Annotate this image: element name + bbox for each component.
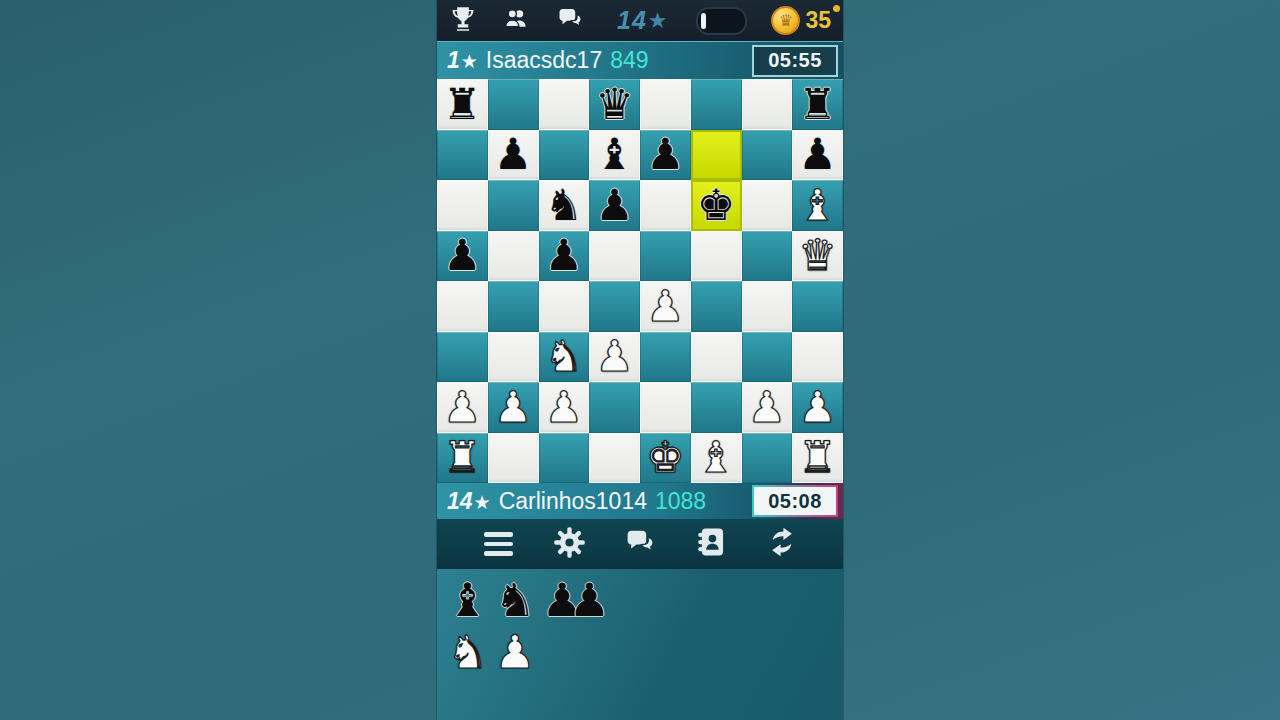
star-icon: ★ — [461, 50, 478, 72]
square-c3[interactable]: ♞ — [539, 332, 590, 383]
square-b8[interactable] — [488, 79, 539, 130]
captured-black-bishop: ♝ — [447, 577, 488, 623]
piece-white-king: ♚ — [646, 436, 685, 479]
piece-white-pawn: ♟ — [798, 386, 837, 429]
square-h5[interactable]: ♛ — [792, 231, 843, 282]
square-e4[interactable]: ♟ — [640, 281, 691, 332]
square-c6[interactable]: ♞ — [539, 180, 590, 231]
page-background: 14★ ♛ 35 1★ Isaacsdc17 849 05:55 ♜♛♜♟♝♟♟… — [0, 0, 1280, 720]
square-f2[interactable] — [691, 382, 742, 433]
piece-white-bishop: ♝ — [697, 436, 736, 479]
piece-white-pawn: ♟ — [595, 335, 634, 378]
square-h1[interactable]: ♜ — [792, 433, 843, 484]
square-f6[interactable]: ♚ — [691, 180, 742, 231]
piece-black-pawn: ♟ — [595, 184, 634, 227]
chat-bubbles-icon — [622, 526, 658, 563]
square-f1[interactable]: ♝ — [691, 433, 742, 484]
square-f8[interactable] — [691, 79, 742, 130]
square-a6[interactable] — [437, 180, 488, 231]
piece-black-pawn: ♟ — [443, 234, 482, 277]
square-b2[interactable]: ♟ — [488, 382, 539, 433]
piece-white-pawn: ♟ — [545, 386, 584, 429]
captured-pieces-panel: ♝♞♟♟ ♞♟ — [437, 569, 843, 720]
gear-icon — [552, 525, 587, 564]
square-e7[interactable]: ♟ — [640, 130, 691, 181]
level-badge: 14★ — [617, 6, 668, 35]
square-a3[interactable] — [437, 332, 488, 383]
chess-board: ♜♛♜♟♝♟♟♞♟♚♝♟♟♛♟♞♟♟♟♟♟♟♜♚♝♜ — [437, 79, 843, 483]
players-button[interactable] — [501, 5, 531, 37]
captured-white-pawn: ♟ — [494, 629, 535, 675]
piece-white-rook: ♜ — [443, 436, 482, 479]
game-toolbar — [437, 519, 843, 569]
square-a4[interactable] — [437, 281, 488, 332]
captured-black-knight: ♞ — [494, 577, 535, 623]
player-clock: 05:08 — [752, 485, 838, 517]
captured-black-pawn: ♟ — [569, 577, 610, 623]
square-b7[interactable]: ♟ — [488, 130, 539, 181]
square-d6[interactable]: ♟ — [589, 180, 640, 231]
square-b3[interactable] — [488, 332, 539, 383]
piece-white-knight: ♞ — [545, 335, 584, 378]
square-d2[interactable] — [589, 382, 640, 433]
contacts-icon — [694, 525, 728, 563]
piece-black-knight: ♞ — [545, 184, 584, 227]
piece-white-queen: ♛ — [798, 234, 837, 277]
level-progress-fill — [701, 13, 706, 29]
piece-white-pawn: ♟ — [748, 386, 787, 429]
piece-white-rook: ♜ — [798, 436, 837, 479]
square-c5[interactable]: ♟ — [539, 231, 590, 282]
square-d1[interactable] — [589, 433, 640, 484]
player-bar: 14★ Carlinhos1014 1088 05:08 — [437, 483, 843, 519]
notification-dot — [833, 5, 840, 12]
square-h2[interactable]: ♟ — [792, 382, 843, 433]
level-progress-bar — [696, 7, 748, 35]
square-a8[interactable]: ♜ — [437, 79, 488, 130]
flip-board-icon — [765, 525, 799, 563]
opponent-stars: 1★ — [447, 47, 478, 74]
square-c8[interactable] — [539, 79, 590, 130]
square-a5[interactable]: ♟ — [437, 231, 488, 282]
piece-black-queen: ♛ — [595, 83, 634, 126]
square-e3[interactable] — [640, 332, 691, 383]
piece-black-pawn: ♟ — [494, 133, 533, 176]
piece-white-pawn: ♟ — [494, 386, 533, 429]
square-g7[interactable] — [742, 130, 793, 181]
player-name: Carlinhos1014 — [499, 488, 647, 515]
opponent-rating: 849 — [610, 47, 648, 74]
square-b4[interactable] — [488, 281, 539, 332]
square-f3[interactable] — [691, 332, 742, 383]
square-b5[interactable] — [488, 231, 539, 282]
piece-black-pawn: ♟ — [545, 234, 584, 277]
square-c1[interactable] — [539, 433, 590, 484]
crown-icon: ♛ — [779, 13, 793, 29]
chess-app-window: 14★ ♛ 35 1★ Isaacsdc17 849 05:55 ♜♛♜♟♝♟♟… — [437, 0, 843, 720]
piece-white-bishop: ♝ — [798, 184, 837, 227]
players-icon — [501, 5, 531, 37]
square-d7[interactable]: ♝ — [589, 130, 640, 181]
player-rating: 1088 — [655, 488, 706, 515]
square-e1[interactable]: ♚ — [640, 433, 691, 484]
square-a7[interactable] — [437, 130, 488, 181]
menu-icon — [484, 532, 513, 556]
square-a1[interactable]: ♜ — [437, 433, 488, 484]
square-e8[interactable] — [640, 79, 691, 130]
square-f4[interactable] — [691, 281, 742, 332]
captured-white-knight: ♞ — [447, 629, 488, 675]
opponent-name: Isaacsdc17 — [486, 47, 602, 74]
square-g3[interactable] — [742, 332, 793, 383]
square-a2[interactable]: ♟ — [437, 382, 488, 433]
menu-button[interactable] — [478, 532, 518, 556]
captured-white-pieces: ♞♟ — [447, 627, 843, 677]
flip-board-button[interactable] — [762, 525, 802, 563]
chat-button-toolbar[interactable] — [620, 526, 660, 563]
square-g5[interactable] — [742, 231, 793, 282]
opponent-bar: 1★ Isaacsdc17 849 05:55 — [437, 41, 843, 79]
square-e5[interactable] — [640, 231, 691, 282]
square-d4[interactable] — [589, 281, 640, 332]
square-c7[interactable] — [539, 130, 590, 181]
opponent-clock: 05:55 — [752, 45, 838, 77]
square-g6[interactable] — [742, 180, 793, 231]
square-h8[interactable]: ♜ — [792, 79, 843, 130]
square-g8[interactable] — [742, 79, 793, 130]
piece-black-pawn: ♟ — [798, 133, 837, 176]
square-c2[interactable]: ♟ — [539, 382, 590, 433]
settings-button[interactable] — [549, 525, 589, 564]
square-h6[interactable]: ♝ — [792, 180, 843, 231]
square-g4[interactable] — [742, 281, 793, 332]
square-d8[interactable]: ♛ — [589, 79, 640, 130]
square-g1[interactable] — [742, 433, 793, 484]
contacts-button[interactable] — [691, 525, 731, 563]
top-bar: 14★ ♛ 35 — [437, 0, 843, 41]
square-c4[interactable] — [539, 281, 590, 332]
player-stars: 14★ — [447, 488, 491, 515]
square-h3[interactable] — [792, 332, 843, 383]
piece-black-bishop: ♝ — [595, 133, 634, 176]
piece-white-pawn: ♟ — [646, 285, 685, 328]
level-number: 14 — [617, 6, 647, 35]
piece-black-rook: ♜ — [443, 83, 482, 126]
piece-black-pawn: ♟ — [646, 133, 685, 176]
chat-icon — [555, 5, 585, 37]
square-b6[interactable] — [488, 180, 539, 231]
coin-balance[interactable]: ♛ 35 — [771, 6, 831, 35]
trophy-button[interactable] — [449, 5, 477, 37]
chat-button[interactable] — [555, 5, 585, 37]
square-f5[interactable] — [691, 231, 742, 282]
square-h7[interactable]: ♟ — [792, 130, 843, 181]
square-e2[interactable] — [640, 382, 691, 433]
square-d5[interactable] — [589, 231, 640, 282]
coin-icon: ♛ — [771, 6, 800, 35]
square-d3[interactable]: ♟ — [589, 332, 640, 383]
square-h4[interactable] — [792, 281, 843, 332]
trophy-icon — [449, 5, 477, 37]
square-b1[interactable] — [488, 433, 539, 484]
piece-black-king: ♚ — [697, 184, 736, 227]
captured-black-pieces: ♝♞♟♟ — [447, 575, 843, 625]
coin-count: 35 — [805, 7, 831, 34]
piece-white-pawn: ♟ — [443, 386, 482, 429]
square-g2[interactable]: ♟ — [742, 382, 793, 433]
star-icon: ★ — [474, 491, 491, 513]
square-f7[interactable] — [691, 130, 742, 181]
level-star-icon: ★ — [648, 8, 668, 33]
square-e6[interactable] — [640, 180, 691, 231]
piece-black-rook: ♜ — [798, 83, 837, 126]
